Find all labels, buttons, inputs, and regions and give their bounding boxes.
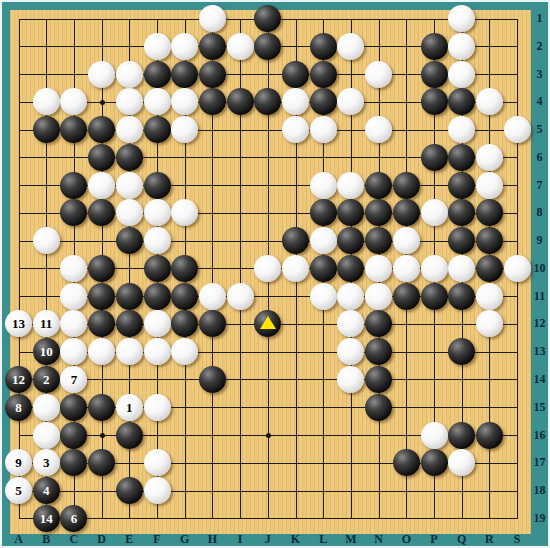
empty-intersection-K13[interactable] — [282, 338, 309, 365]
black-stone-H4[interactable] — [199, 88, 226, 115]
empty-intersection-I18[interactable] — [227, 477, 254, 504]
white-stone-N11[interactable] — [365, 283, 392, 310]
black-stone-P2[interactable] — [421, 33, 448, 60]
white-stone-C13[interactable] — [60, 338, 87, 365]
black-stone-B5[interactable] — [33, 116, 60, 143]
empty-intersection-K14[interactable] — [282, 366, 309, 393]
black-stone-H14[interactable] — [199, 366, 226, 393]
white-stone-H1[interactable] — [199, 5, 226, 32]
empty-intersection-R2[interactable] — [476, 33, 503, 60]
black-stone-P4[interactable] — [421, 88, 448, 115]
black-stone-B14[interactable]: 2 — [33, 366, 60, 393]
empty-intersection-H15[interactable] — [199, 394, 226, 421]
empty-intersection-R17[interactable] — [476, 449, 503, 476]
empty-intersection-G9[interactable] — [171, 227, 198, 254]
empty-intersection-D4[interactable] — [88, 88, 115, 115]
white-stone-E7[interactable] — [116, 172, 143, 199]
black-stone-D15[interactable] — [88, 394, 115, 421]
black-stone-L10[interactable] — [310, 255, 337, 282]
empty-intersection-P12[interactable] — [421, 310, 448, 337]
empty-intersection-N17[interactable] — [365, 449, 392, 476]
empty-intersection-N6[interactable] — [365, 144, 392, 171]
white-stone-Q5[interactable] — [448, 116, 475, 143]
empty-intersection-H8[interactable] — [199, 199, 226, 226]
empty-intersection-M1[interactable] — [337, 5, 364, 32]
empty-intersection-I14[interactable] — [227, 366, 254, 393]
black-stone-P3[interactable] — [421, 61, 448, 88]
white-stone-E8[interactable] — [116, 199, 143, 226]
black-stone-Q16[interactable] — [448, 422, 475, 449]
white-stone-M13[interactable] — [337, 338, 364, 365]
empty-intersection-C6[interactable] — [60, 144, 87, 171]
black-stone-P11[interactable] — [421, 283, 448, 310]
empty-intersection-P14[interactable] — [421, 366, 448, 393]
empty-intersection-H10[interactable] — [199, 255, 226, 282]
white-stone-S10[interactable] — [504, 255, 531, 282]
black-stone-Q8[interactable] — [448, 199, 475, 226]
white-stone-B17[interactable]: 3 — [33, 449, 60, 476]
white-stone-E15[interactable]: 1 — [116, 394, 143, 421]
white-stone-K5[interactable] — [282, 116, 309, 143]
white-stone-P16[interactable] — [421, 422, 448, 449]
empty-intersection-I10[interactable] — [227, 255, 254, 282]
empty-intersection-C18[interactable] — [60, 477, 87, 504]
white-stone-Q2[interactable] — [448, 33, 475, 60]
empty-intersection-A1[interactable] — [5, 5, 32, 32]
white-stone-F2[interactable] — [144, 33, 171, 60]
black-stone-G3[interactable] — [171, 61, 198, 88]
empty-intersection-O4[interactable] — [393, 88, 420, 115]
empty-intersection-M19[interactable] — [337, 505, 364, 532]
black-stone-H12[interactable] — [199, 310, 226, 337]
empty-intersection-L14[interactable] — [310, 366, 337, 393]
empty-intersection-B3[interactable] — [33, 61, 60, 88]
black-stone-E12[interactable] — [116, 310, 143, 337]
empty-intersection-A11[interactable] — [5, 283, 32, 310]
empty-intersection-S6[interactable] — [504, 144, 531, 171]
white-stone-L9[interactable] — [310, 227, 337, 254]
empty-intersection-R14[interactable] — [476, 366, 503, 393]
empty-intersection-E14[interactable] — [116, 366, 143, 393]
empty-intersection-A4[interactable] — [5, 88, 32, 115]
white-stone-R11[interactable] — [476, 283, 503, 310]
empty-intersection-G14[interactable] — [171, 366, 198, 393]
black-stone-M10[interactable] — [337, 255, 364, 282]
empty-intersection-I6[interactable] — [227, 144, 254, 171]
black-stone-P6[interactable] — [421, 144, 448, 171]
black-stone-C19[interactable]: 6 — [60, 505, 87, 532]
empty-intersection-R1[interactable] — [476, 5, 503, 32]
empty-intersection-G6[interactable] — [171, 144, 198, 171]
black-stone-J2[interactable] — [254, 33, 281, 60]
white-stone-C10[interactable] — [60, 255, 87, 282]
black-stone-R16[interactable] — [476, 422, 503, 449]
black-stone-Q4[interactable] — [448, 88, 475, 115]
empty-intersection-P13[interactable] — [421, 338, 448, 365]
white-stone-F12[interactable] — [144, 310, 171, 337]
empty-intersection-P1[interactable] — [421, 5, 448, 32]
empty-intersection-J3[interactable] — [254, 61, 281, 88]
black-stone-D12[interactable] — [88, 310, 115, 337]
white-stone-L5[interactable] — [310, 116, 337, 143]
empty-intersection-S1[interactable] — [504, 5, 531, 32]
empty-intersection-A19[interactable] — [5, 505, 32, 532]
empty-intersection-S3[interactable] — [504, 61, 531, 88]
empty-intersection-S18[interactable] — [504, 477, 531, 504]
empty-intersection-H9[interactable] — [199, 227, 226, 254]
empty-intersection-J14[interactable] — [254, 366, 281, 393]
white-stone-A17[interactable]: 9 — [5, 449, 32, 476]
empty-intersection-M5[interactable] — [337, 116, 364, 143]
black-stone-B13[interactable]: 10 — [33, 338, 60, 365]
empty-intersection-F14[interactable] — [144, 366, 171, 393]
empty-intersection-O15[interactable] — [393, 394, 420, 421]
empty-intersection-F1[interactable] — [144, 5, 171, 32]
empty-intersection-H6[interactable] — [199, 144, 226, 171]
black-stone-J12[interactable] — [254, 310, 281, 337]
empty-intersection-S12[interactable] — [504, 310, 531, 337]
empty-intersection-B2[interactable] — [33, 33, 60, 60]
empty-intersection-K12[interactable] — [282, 310, 309, 337]
black-stone-L4[interactable] — [310, 88, 337, 115]
empty-intersection-P5[interactable] — [421, 116, 448, 143]
empty-intersection-D16[interactable] — [88, 422, 115, 449]
empty-intersection-M17[interactable] — [337, 449, 364, 476]
empty-intersection-G18[interactable] — [171, 477, 198, 504]
black-stone-N14[interactable] — [365, 366, 392, 393]
white-stone-L7[interactable] — [310, 172, 337, 199]
black-stone-F5[interactable] — [144, 116, 171, 143]
empty-intersection-G1[interactable] — [171, 5, 198, 32]
white-stone-K10[interactable] — [282, 255, 309, 282]
empty-intersection-J11[interactable] — [254, 283, 281, 310]
white-stone-E4[interactable] — [116, 88, 143, 115]
empty-intersection-B1[interactable] — [33, 5, 60, 32]
black-stone-N8[interactable] — [365, 199, 392, 226]
empty-intersection-E10[interactable] — [116, 255, 143, 282]
empty-intersection-K11[interactable] — [282, 283, 309, 310]
black-stone-O11[interactable] — [393, 283, 420, 310]
empty-intersection-O18[interactable] — [393, 477, 420, 504]
empty-intersection-H16[interactable] — [199, 422, 226, 449]
empty-intersection-S15[interactable] — [504, 394, 531, 421]
black-stone-J4[interactable] — [254, 88, 281, 115]
white-stone-F15[interactable] — [144, 394, 171, 421]
black-stone-Q9[interactable] — [448, 227, 475, 254]
empty-intersection-B11[interactable] — [33, 283, 60, 310]
white-stone-F17[interactable] — [144, 449, 171, 476]
white-stone-B15[interactable] — [33, 394, 60, 421]
empty-intersection-H7[interactable] — [199, 172, 226, 199]
empty-intersection-M3[interactable] — [337, 61, 364, 88]
white-stone-F8[interactable] — [144, 199, 171, 226]
black-stone-O8[interactable] — [393, 199, 420, 226]
black-stone-B19[interactable]: 14 — [33, 505, 60, 532]
white-stone-L11[interactable] — [310, 283, 337, 310]
empty-intersection-J7[interactable] — [254, 172, 281, 199]
black-stone-H3[interactable] — [199, 61, 226, 88]
white-stone-P10[interactable] — [421, 255, 448, 282]
empty-intersection-I3[interactable] — [227, 61, 254, 88]
empty-intersection-F16[interactable] — [144, 422, 171, 449]
empty-intersection-O5[interactable] — [393, 116, 420, 143]
white-stone-B12[interactable]: 11 — [33, 310, 60, 337]
empty-intersection-F19[interactable] — [144, 505, 171, 532]
empty-intersection-O3[interactable] — [393, 61, 420, 88]
empty-intersection-Q15[interactable] — [448, 394, 475, 421]
white-stone-Q17[interactable] — [448, 449, 475, 476]
empty-intersection-N1[interactable] — [365, 5, 392, 32]
black-stone-H2[interactable] — [199, 33, 226, 60]
empty-intersection-S14[interactable] — [504, 366, 531, 393]
empty-intersection-A16[interactable] — [5, 422, 32, 449]
black-stone-Q13[interactable] — [448, 338, 475, 365]
black-stone-G12[interactable] — [171, 310, 198, 337]
white-stone-B9[interactable] — [33, 227, 60, 254]
black-stone-K9[interactable] — [282, 227, 309, 254]
black-stone-Q11[interactable] — [448, 283, 475, 310]
empty-intersection-H17[interactable] — [199, 449, 226, 476]
black-stone-E11[interactable] — [116, 283, 143, 310]
white-stone-S5[interactable] — [504, 116, 531, 143]
empty-intersection-D19[interactable] — [88, 505, 115, 532]
empty-intersection-K6[interactable] — [282, 144, 309, 171]
black-stone-G11[interactable] — [171, 283, 198, 310]
white-stone-E13[interactable] — [116, 338, 143, 365]
empty-intersection-M6[interactable] — [337, 144, 364, 171]
empty-intersection-C2[interactable] — [60, 33, 87, 60]
black-stone-C16[interactable] — [60, 422, 87, 449]
empty-intersection-M18[interactable] — [337, 477, 364, 504]
white-stone-A18[interactable]: 5 — [5, 477, 32, 504]
black-stone-L2[interactable] — [310, 33, 337, 60]
black-stone-D10[interactable] — [88, 255, 115, 282]
black-stone-R10[interactable] — [476, 255, 503, 282]
empty-intersection-R3[interactable] — [476, 61, 503, 88]
empty-intersection-I19[interactable] — [227, 505, 254, 532]
empty-intersection-P7[interactable] — [421, 172, 448, 199]
empty-intersection-L6[interactable] — [310, 144, 337, 171]
white-stone-O10[interactable] — [393, 255, 420, 282]
empty-intersection-R15[interactable] — [476, 394, 503, 421]
empty-intersection-S7[interactable] — [504, 172, 531, 199]
empty-intersection-I15[interactable] — [227, 394, 254, 421]
black-stone-L8[interactable] — [310, 199, 337, 226]
empty-intersection-H13[interactable] — [199, 338, 226, 365]
black-stone-C7[interactable] — [60, 172, 87, 199]
black-stone-D5[interactable] — [88, 116, 115, 143]
empty-intersection-N16[interactable] — [365, 422, 392, 449]
black-stone-M8[interactable] — [337, 199, 364, 226]
empty-intersection-J6[interactable] — [254, 144, 281, 171]
empty-intersection-E1[interactable] — [116, 5, 143, 32]
empty-intersection-O16[interactable] — [393, 422, 420, 449]
empty-intersection-J15[interactable] — [254, 394, 281, 421]
empty-intersection-P9[interactable] — [421, 227, 448, 254]
empty-intersection-A6[interactable] — [5, 144, 32, 171]
black-stone-D11[interactable] — [88, 283, 115, 310]
empty-intersection-I8[interactable] — [227, 199, 254, 226]
empty-intersection-D18[interactable] — [88, 477, 115, 504]
empty-intersection-C9[interactable] — [60, 227, 87, 254]
empty-intersection-J8[interactable] — [254, 199, 281, 226]
black-stone-F3[interactable] — [144, 61, 171, 88]
empty-intersection-J9[interactable] — [254, 227, 281, 254]
black-stone-O17[interactable] — [393, 449, 420, 476]
white-stone-G8[interactable] — [171, 199, 198, 226]
empty-intersection-I12[interactable] — [227, 310, 254, 337]
black-stone-E6[interactable] — [116, 144, 143, 171]
black-stone-R8[interactable] — [476, 199, 503, 226]
white-stone-I2[interactable] — [227, 33, 254, 60]
black-stone-B18[interactable]: 4 — [33, 477, 60, 504]
white-stone-E3[interactable] — [116, 61, 143, 88]
empty-intersection-A13[interactable] — [5, 338, 32, 365]
empty-intersection-C1[interactable] — [60, 5, 87, 32]
empty-intersection-D14[interactable] — [88, 366, 115, 393]
black-stone-N13[interactable] — [365, 338, 392, 365]
empty-intersection-O1[interactable] — [393, 5, 420, 32]
white-stone-P8[interactable] — [421, 199, 448, 226]
empty-intersection-K19[interactable] — [282, 505, 309, 532]
empty-intersection-R13[interactable] — [476, 338, 503, 365]
empty-intersection-E2[interactable] — [116, 33, 143, 60]
empty-intersection-N19[interactable] — [365, 505, 392, 532]
empty-intersection-G16[interactable] — [171, 422, 198, 449]
black-stone-F10[interactable] — [144, 255, 171, 282]
empty-intersection-H19[interactable] — [199, 505, 226, 532]
empty-intersection-R19[interactable] — [476, 505, 503, 532]
empty-intersection-A7[interactable] — [5, 172, 32, 199]
empty-intersection-S17[interactable] — [504, 449, 531, 476]
empty-intersection-L13[interactable] — [310, 338, 337, 365]
empty-intersection-I13[interactable] — [227, 338, 254, 365]
empty-intersection-S2[interactable] — [504, 33, 531, 60]
white-stone-R6[interactable] — [476, 144, 503, 171]
empty-intersection-E17[interactable] — [116, 449, 143, 476]
empty-intersection-S19[interactable] — [504, 505, 531, 532]
white-stone-D3[interactable] — [88, 61, 115, 88]
empty-intersection-Q18[interactable] — [448, 477, 475, 504]
empty-intersection-O2[interactable] — [393, 33, 420, 60]
empty-intersection-I7[interactable] — [227, 172, 254, 199]
white-stone-N3[interactable] — [365, 61, 392, 88]
black-stone-O7[interactable] — [393, 172, 420, 199]
black-stone-K3[interactable] — [282, 61, 309, 88]
black-stone-Q7[interactable] — [448, 172, 475, 199]
empty-intersection-R5[interactable] — [476, 116, 503, 143]
white-stone-H11[interactable] — [199, 283, 226, 310]
empty-intersection-A5[interactable] — [5, 116, 32, 143]
empty-intersection-P15[interactable] — [421, 394, 448, 421]
white-stone-F13[interactable] — [144, 338, 171, 365]
empty-intersection-L17[interactable] — [310, 449, 337, 476]
empty-intersection-G7[interactable] — [171, 172, 198, 199]
empty-intersection-E19[interactable] — [116, 505, 143, 532]
white-stone-Q1[interactable] — [448, 5, 475, 32]
black-stone-N12[interactable] — [365, 310, 392, 337]
empty-intersection-I16[interactable] — [227, 422, 254, 449]
empty-intersection-O19[interactable] — [393, 505, 420, 532]
empty-intersection-Q12[interactable] — [448, 310, 475, 337]
empty-intersection-N4[interactable] — [365, 88, 392, 115]
empty-intersection-J16[interactable] — [254, 422, 281, 449]
white-stone-D7[interactable] — [88, 172, 115, 199]
white-stone-B4[interactable] — [33, 88, 60, 115]
black-stone-E9[interactable] — [116, 227, 143, 254]
empty-intersection-A9[interactable] — [5, 227, 32, 254]
white-stone-M7[interactable] — [337, 172, 364, 199]
empty-intersection-B7[interactable] — [33, 172, 60, 199]
white-stone-B16[interactable] — [33, 422, 60, 449]
empty-intersection-D9[interactable] — [88, 227, 115, 254]
empty-intersection-J5[interactable] — [254, 116, 281, 143]
black-stone-N7[interactable] — [365, 172, 392, 199]
empty-intersection-K8[interactable] — [282, 199, 309, 226]
white-stone-F4[interactable] — [144, 88, 171, 115]
black-stone-J1[interactable] — [254, 5, 281, 32]
black-stone-N9[interactable] — [365, 227, 392, 254]
empty-intersection-O6[interactable] — [393, 144, 420, 171]
black-stone-D6[interactable] — [88, 144, 115, 171]
empty-intersection-F6[interactable] — [144, 144, 171, 171]
white-stone-Q10[interactable] — [448, 255, 475, 282]
empty-intersection-L15[interactable] — [310, 394, 337, 421]
black-stone-F7[interactable] — [144, 172, 171, 199]
empty-intersection-P18[interactable] — [421, 477, 448, 504]
empty-intersection-I9[interactable] — [227, 227, 254, 254]
black-stone-I4[interactable] — [227, 88, 254, 115]
black-stone-L3[interactable] — [310, 61, 337, 88]
white-stone-A12[interactable]: 13 — [5, 310, 32, 337]
empty-intersection-D2[interactable] — [88, 33, 115, 60]
empty-intersection-I1[interactable] — [227, 5, 254, 32]
white-stone-C12[interactable] — [60, 310, 87, 337]
empty-intersection-G17[interactable] — [171, 449, 198, 476]
empty-intersection-M16[interactable] — [337, 422, 364, 449]
empty-intersection-B10[interactable] — [33, 255, 60, 282]
black-stone-N15[interactable] — [365, 394, 392, 421]
empty-intersection-K7[interactable] — [282, 172, 309, 199]
empty-intersection-S4[interactable] — [504, 88, 531, 115]
black-stone-A15[interactable]: 8 — [5, 394, 32, 421]
empty-intersection-S16[interactable] — [504, 422, 531, 449]
empty-intersection-S11[interactable] — [504, 283, 531, 310]
empty-intersection-A10[interactable] — [5, 255, 32, 282]
white-stone-G2[interactable] — [171, 33, 198, 60]
empty-intersection-O12[interactable] — [393, 310, 420, 337]
white-stone-C4[interactable] — [60, 88, 87, 115]
empty-intersection-C3[interactable] — [60, 61, 87, 88]
empty-intersection-R18[interactable] — [476, 477, 503, 504]
empty-intersection-A2[interactable] — [5, 33, 32, 60]
white-stone-C11[interactable] — [60, 283, 87, 310]
empty-intersection-D1[interactable] — [88, 5, 115, 32]
white-stone-K4[interactable] — [282, 88, 309, 115]
empty-intersection-L18[interactable] — [310, 477, 337, 504]
empty-intersection-Q14[interactable] — [448, 366, 475, 393]
white-stone-F18[interactable] — [144, 477, 171, 504]
white-stone-G5[interactable] — [171, 116, 198, 143]
black-stone-E16[interactable] — [116, 422, 143, 449]
empty-intersection-K2[interactable] — [282, 33, 309, 60]
white-stone-G4[interactable] — [171, 88, 198, 115]
black-stone-G10[interactable] — [171, 255, 198, 282]
white-stone-M2[interactable] — [337, 33, 364, 60]
white-stone-O9[interactable] — [393, 227, 420, 254]
empty-intersection-L16[interactable] — [310, 422, 337, 449]
empty-intersection-N2[interactable] — [365, 33, 392, 60]
